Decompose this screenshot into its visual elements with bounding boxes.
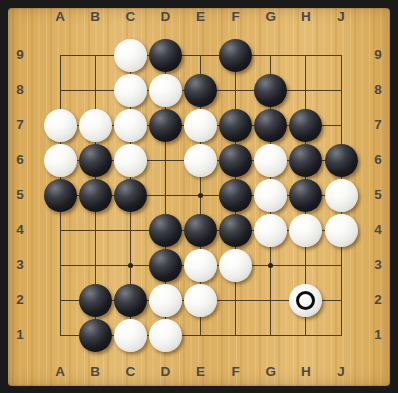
point-F5[interactable] (218, 178, 253, 213)
point-D7[interactable] (148, 108, 183, 143)
point-D5[interactable] (148, 178, 183, 213)
point-A8[interactable] (43, 73, 78, 108)
white-stone-C9 (114, 39, 147, 72)
point-E4[interactable] (183, 213, 218, 248)
column-label-bottom-B: B (90, 365, 100, 379)
point-F9[interactable] (218, 38, 253, 73)
black-stone-E4 (184, 214, 217, 247)
white-stone-D2 (149, 284, 182, 317)
white-stone-B7 (79, 109, 112, 142)
point-A9[interactable] (43, 38, 78, 73)
row-label-left-7: 7 (16, 118, 24, 132)
row-label-right-6: 6 (374, 153, 382, 167)
point-A2[interactable] (43, 283, 78, 318)
point-H1[interactable] (288, 318, 323, 353)
point-J9[interactable] (324, 38, 359, 73)
black-stone-H6 (289, 144, 322, 177)
point-H6[interactable] (288, 143, 323, 178)
column-label-top-E: E (196, 10, 205, 24)
last-move-marker (296, 291, 315, 310)
column-label-top-C: C (125, 10, 135, 24)
point-G7[interactable] (253, 108, 288, 143)
point-D3[interactable] (148, 248, 183, 283)
column-label-top-F: F (232, 10, 240, 24)
black-stone-G8 (254, 74, 287, 107)
white-stone-F3 (219, 249, 252, 282)
point-B7[interactable] (78, 108, 113, 143)
white-stone-C7 (114, 109, 147, 142)
column-label-bottom-A: A (55, 365, 65, 379)
goban: AABBCCDDEEFFGGHHJJ998877665544332211 (0, 0, 398, 393)
row-label-left-2: 2 (16, 293, 24, 307)
point-C4[interactable] (113, 213, 148, 248)
point-E1[interactable] (183, 318, 218, 353)
point-G5[interactable] (253, 178, 288, 213)
row-label-left-8: 8 (16, 83, 24, 97)
point-G2[interactable] (253, 283, 288, 318)
point-E7[interactable] (183, 108, 218, 143)
point-C9[interactable] (113, 38, 148, 73)
point-D1[interactable] (148, 318, 183, 353)
point-F3[interactable] (218, 248, 253, 283)
white-stone-H2 (289, 284, 322, 317)
column-label-bottom-F: F (232, 365, 240, 379)
point-J1[interactable] (324, 318, 359, 353)
white-stone-E3 (184, 249, 217, 282)
row-label-left-4: 4 (16, 223, 24, 237)
white-stone-A7 (44, 109, 77, 142)
black-stone-H7 (289, 109, 322, 142)
row-label-right-5: 5 (374, 188, 382, 202)
column-label-bottom-D: D (161, 365, 171, 379)
column-label-bottom-C: C (125, 365, 135, 379)
black-stone-E8 (184, 74, 217, 107)
row-label-right-8: 8 (374, 83, 382, 97)
white-stone-E6 (184, 144, 217, 177)
row-label-left-1: 1 (16, 328, 24, 342)
white-stone-J4 (325, 214, 358, 247)
black-stone-F7 (219, 109, 252, 142)
row-label-right-3: 3 (374, 258, 382, 272)
white-stone-G6 (254, 144, 287, 177)
point-H5[interactable] (288, 178, 323, 213)
row-label-right-2: 2 (374, 293, 382, 307)
point-G8[interactable] (253, 73, 288, 108)
point-J6[interactable] (324, 143, 359, 178)
point-A5[interactable] (43, 178, 78, 213)
black-stone-H5 (289, 179, 322, 212)
row-label-left-3: 3 (16, 258, 24, 272)
black-stone-C5 (114, 179, 147, 212)
black-stone-B2 (79, 284, 112, 317)
black-stone-F9 (219, 39, 252, 72)
point-J7[interactable] (324, 108, 359, 143)
white-stone-C6 (114, 144, 147, 177)
column-label-bottom-G: G (265, 365, 276, 379)
column-label-top-D: D (161, 10, 171, 24)
black-stone-C2 (114, 284, 147, 317)
white-stone-H4 (289, 214, 322, 247)
point-E8[interactable] (183, 73, 218, 108)
point-C1[interactable] (113, 318, 148, 353)
point-C3[interactable] (113, 248, 148, 283)
row-label-left-9: 9 (16, 48, 24, 62)
point-J3[interactable] (324, 248, 359, 283)
point-B5[interactable] (78, 178, 113, 213)
point-F1[interactable] (218, 318, 253, 353)
point-A6[interactable] (43, 143, 78, 178)
point-B9[interactable] (78, 38, 113, 73)
point-F7[interactable] (218, 108, 253, 143)
column-label-top-H: H (301, 10, 311, 24)
row-label-right-1: 1 (374, 328, 382, 342)
black-stone-B6 (79, 144, 112, 177)
point-C8[interactable] (113, 73, 148, 108)
point-G6[interactable] (253, 143, 288, 178)
point-A1[interactable] (43, 318, 78, 353)
row-label-right-7: 7 (374, 118, 382, 132)
point-C7[interactable] (113, 108, 148, 143)
point-C6[interactable] (113, 143, 148, 178)
white-stone-J5 (325, 179, 358, 212)
point-B3[interactable] (78, 248, 113, 283)
black-stone-F5 (219, 179, 252, 212)
black-stone-J6 (325, 144, 358, 177)
point-B2[interactable] (78, 283, 113, 318)
column-label-top-G: G (265, 10, 276, 24)
black-stone-B1 (79, 319, 112, 352)
column-label-top-J: J (337, 10, 345, 24)
column-label-bottom-J: J (337, 365, 345, 379)
row-label-right-9: 9 (374, 48, 382, 62)
column-label-bottom-E: E (196, 365, 205, 379)
white-stone-E2 (184, 284, 217, 317)
white-stone-E7 (184, 109, 217, 142)
point-E5[interactable] (183, 178, 218, 213)
black-stone-D7 (149, 109, 182, 142)
white-stone-C1 (114, 319, 147, 352)
point-H4[interactable] (288, 213, 323, 248)
white-stone-D1 (149, 319, 182, 352)
point-E3[interactable] (183, 248, 218, 283)
point-G4[interactable] (253, 213, 288, 248)
point-A3[interactable] (43, 248, 78, 283)
point-H3[interactable] (288, 248, 323, 283)
point-D9[interactable] (148, 38, 183, 73)
point-D2[interactable] (148, 283, 183, 318)
point-B8[interactable] (78, 73, 113, 108)
black-stone-G7 (254, 109, 287, 142)
point-B6[interactable] (78, 143, 113, 178)
point-F8[interactable] (218, 73, 253, 108)
white-stone-G4 (254, 214, 287, 247)
black-stone-F4 (219, 214, 252, 247)
black-stone-F6 (219, 144, 252, 177)
black-stone-D9 (149, 39, 182, 72)
point-H9[interactable] (288, 38, 323, 73)
point-E2[interactable] (183, 283, 218, 318)
point-J8[interactable] (324, 73, 359, 108)
row-label-right-4: 4 (374, 223, 382, 237)
point-H7[interactable] (288, 108, 323, 143)
white-stone-C8 (114, 74, 147, 107)
column-label-top-A: A (55, 10, 65, 24)
row-label-left-6: 6 (16, 153, 24, 167)
black-stone-D4 (149, 214, 182, 247)
column-label-bottom-H: H (301, 365, 311, 379)
point-C5[interactable] (113, 178, 148, 213)
point-G3[interactable] (253, 248, 288, 283)
point-F6[interactable] (218, 143, 253, 178)
point-E9[interactable] (183, 38, 218, 73)
point-C2[interactable] (113, 283, 148, 318)
row-label-left-5: 5 (16, 188, 24, 202)
point-A7[interactable] (43, 108, 78, 143)
point-F2[interactable] (218, 283, 253, 318)
point-D6[interactable] (148, 143, 183, 178)
point-H2[interactable] (288, 283, 323, 318)
point-D4[interactable] (148, 213, 183, 248)
black-stone-B5 (79, 179, 112, 212)
point-F4[interactable] (218, 213, 253, 248)
white-stone-G5 (254, 179, 287, 212)
white-stone-A6 (44, 144, 77, 177)
point-A4[interactable] (43, 213, 78, 248)
point-J5[interactable] (324, 178, 359, 213)
point-G1[interactable] (253, 318, 288, 353)
white-stone-D8 (149, 74, 182, 107)
point-H8[interactable] (288, 73, 323, 108)
column-label-top-B: B (90, 10, 100, 24)
point-J4[interactable] (324, 213, 359, 248)
point-D8[interactable] (148, 73, 183, 108)
point-B1[interactable] (78, 318, 113, 353)
point-G9[interactable] (253, 38, 288, 73)
point-J2[interactable] (324, 283, 359, 318)
black-stone-D3 (149, 249, 182, 282)
go-board-window: AABBCCDDEEFFGGHHJJ998877665544332211 (0, 0, 398, 393)
point-E6[interactable] (183, 143, 218, 178)
black-stone-A5 (44, 179, 77, 212)
point-B4[interactable] (78, 213, 113, 248)
